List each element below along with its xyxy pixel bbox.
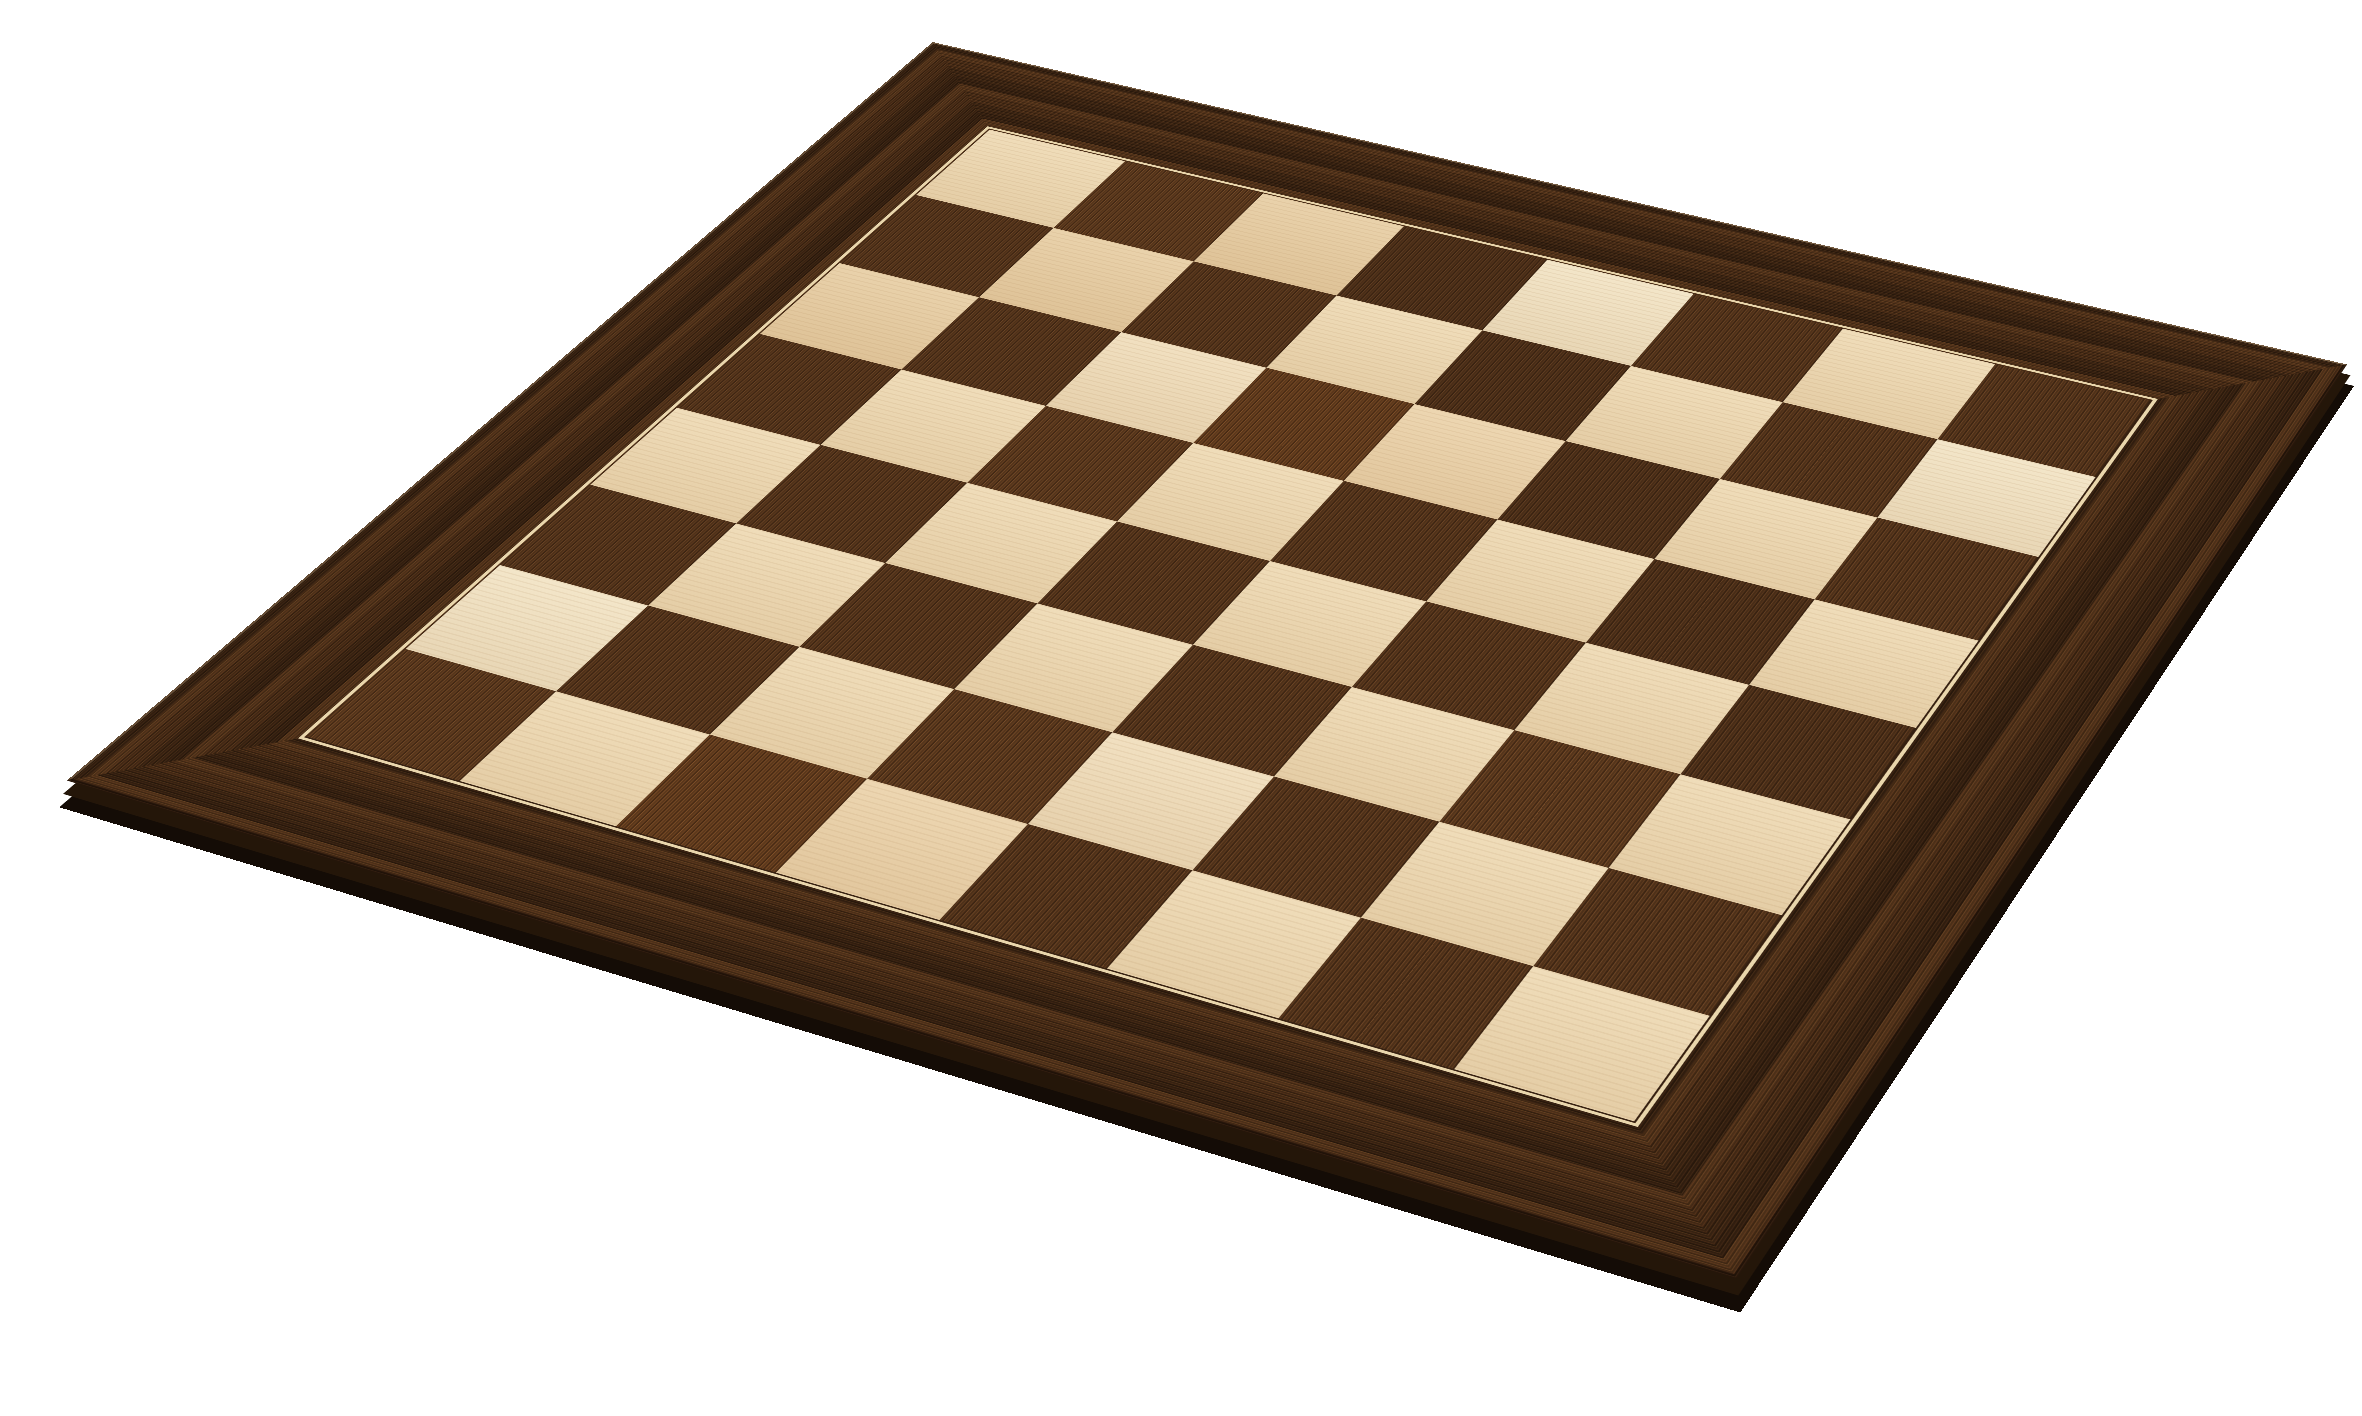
- product-photo-stage: [0, 0, 2362, 1416]
- chess-board: [67, 42, 2347, 1279]
- playing-field: [307, 130, 2151, 1122]
